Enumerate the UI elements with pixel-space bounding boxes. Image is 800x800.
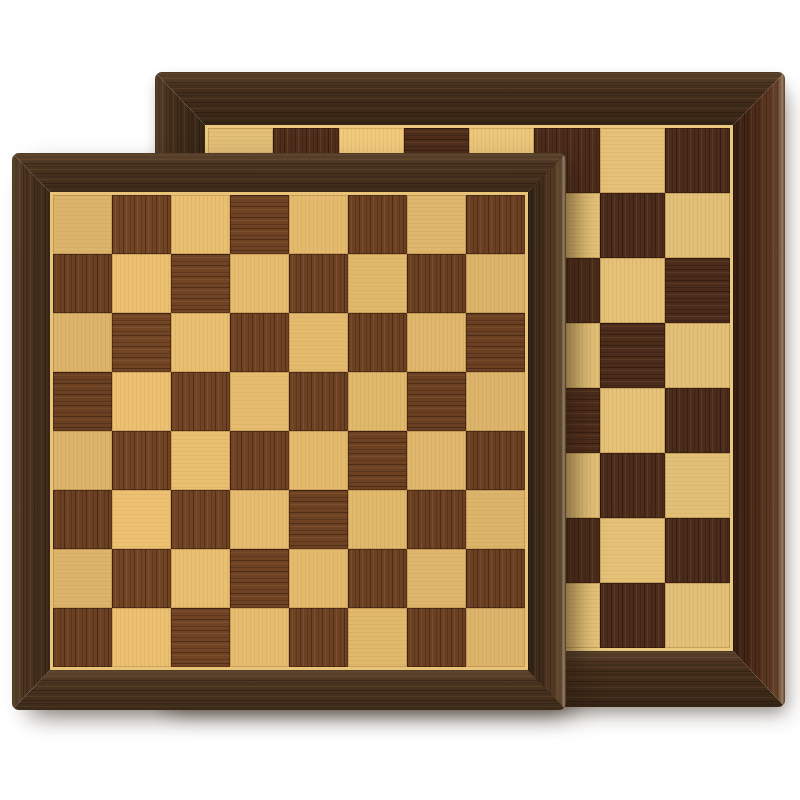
square: [407, 372, 466, 431]
back-board-frame-top-rail: [155, 72, 785, 125]
square: [171, 254, 230, 313]
square: [466, 195, 525, 254]
square: [289, 549, 348, 608]
front-board-frame-left-rail: [12, 153, 50, 710]
square: [348, 549, 407, 608]
square: [112, 372, 171, 431]
front-chessboard: [12, 153, 566, 710]
square: [171, 549, 230, 608]
square: [53, 372, 112, 431]
square: [112, 195, 171, 254]
square: [289, 254, 348, 313]
square: [407, 313, 466, 372]
square: [112, 254, 171, 313]
square: [289, 195, 348, 254]
square: [112, 431, 171, 490]
square: [53, 254, 112, 313]
square: [230, 254, 289, 313]
square: [112, 313, 171, 372]
square: [665, 388, 730, 453]
square: [466, 254, 525, 313]
square: [171, 313, 230, 372]
square: [665, 518, 730, 583]
back-board-frame-right-rail: [733, 72, 785, 707]
square: [53, 313, 112, 372]
square: [230, 195, 289, 254]
square: [407, 254, 466, 313]
square: [230, 372, 289, 431]
square: [466, 490, 525, 549]
front-board-frame-bottom-rail: [12, 670, 566, 710]
square: [289, 608, 348, 667]
square: [230, 490, 289, 549]
square: [53, 431, 112, 490]
square: [289, 490, 348, 549]
square: [171, 431, 230, 490]
square: [466, 372, 525, 431]
square: [600, 453, 665, 518]
square: [230, 549, 289, 608]
square: [665, 323, 730, 388]
front-board-frame-top-rail: [12, 153, 566, 192]
square: [407, 431, 466, 490]
square: [600, 258, 665, 323]
square: [112, 490, 171, 549]
square: [665, 453, 730, 518]
square: [171, 195, 230, 254]
square: [665, 258, 730, 323]
square: [665, 128, 730, 193]
square: [112, 608, 171, 667]
square: [348, 372, 407, 431]
square: [230, 431, 289, 490]
product-photo-scene: [0, 0, 800, 800]
square: [600, 128, 665, 193]
square: [665, 583, 730, 648]
square: [407, 608, 466, 667]
square: [348, 608, 407, 667]
square: [53, 490, 112, 549]
square: [466, 431, 525, 490]
square: [407, 549, 466, 608]
square: [171, 490, 230, 549]
square: [348, 195, 407, 254]
square: [348, 431, 407, 490]
square: [230, 608, 289, 667]
square: [171, 372, 230, 431]
square: [230, 313, 289, 372]
square: [466, 549, 525, 608]
square: [600, 583, 665, 648]
square: [289, 372, 348, 431]
square: [171, 608, 230, 667]
square: [407, 195, 466, 254]
square: [348, 254, 407, 313]
square: [600, 193, 665, 258]
square: [600, 518, 665, 583]
square: [53, 549, 112, 608]
square: [665, 193, 730, 258]
square: [53, 195, 112, 254]
square: [466, 608, 525, 667]
square: [53, 608, 112, 667]
square: [600, 388, 665, 453]
square: [600, 323, 665, 388]
front-chessboard-grid: [50, 192, 528, 670]
square: [348, 313, 407, 372]
square: [348, 490, 407, 549]
front-board-frame-right-rail: [528, 153, 566, 710]
square: [407, 490, 466, 549]
square: [289, 313, 348, 372]
square: [112, 549, 171, 608]
square: [466, 313, 525, 372]
square: [289, 431, 348, 490]
